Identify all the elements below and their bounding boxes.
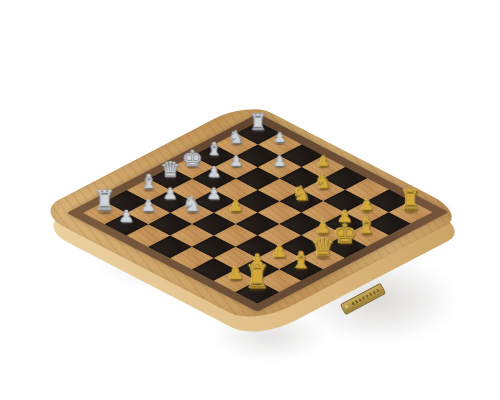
product-photo: ♜♝♛♚♝♞♜♟♟♟♟♟♟♞♟♟♜♝♛♚♝♜♟♟♟♟♟♟♞♞♟♟ (0, 0, 500, 400)
plaque-medallion-icon (344, 303, 351, 310)
